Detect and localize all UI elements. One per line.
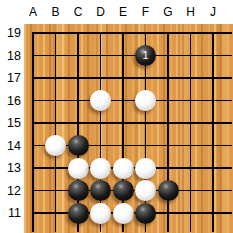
- column-label-B: B: [45, 4, 67, 20]
- row-label-13: 13: [0, 160, 21, 176]
- stone-black-C12: [68, 180, 89, 201]
- column-label-H: H: [180, 4, 202, 20]
- stone-black-C11: [68, 203, 89, 224]
- row-label-16: 16: [0, 93, 21, 109]
- stone-black-F11: [135, 203, 156, 224]
- grid-vline-G: [167, 32, 169, 232]
- row-label-15: 15: [0, 115, 21, 131]
- column-label-E: E: [112, 4, 134, 20]
- grid-hline-17: [32, 77, 232, 79]
- grid-hline-18: [32, 55, 232, 57]
- row-label-17: 17: [0, 70, 21, 86]
- grid-vline-J: [212, 32, 214, 232]
- row-label-14: 14: [0, 138, 21, 154]
- stone-white-D13: [90, 158, 111, 179]
- stone-black-F18: 1: [135, 45, 156, 66]
- column-label-C: C: [67, 4, 89, 20]
- stone-white-F13: [135, 158, 156, 179]
- stone-black-E12: [113, 180, 134, 201]
- stone-white-C13: [68, 158, 89, 179]
- grid-hline-16: [32, 100, 232, 102]
- stone-white-D11: [90, 203, 111, 224]
- grid-vline-A: [32, 32, 34, 232]
- column-labels: ABCDEFGHJ: [0, 0, 233, 24]
- column-label-J: J: [202, 4, 224, 20]
- go-diagram: 1 ABCDEFGHJ 191817161514131211: [0, 0, 233, 233]
- stone-white-F16: [135, 90, 156, 111]
- stone-black-C14: [68, 135, 89, 156]
- grid-vline-H: [190, 32, 192, 232]
- stone-white-E13: [113, 158, 134, 179]
- grid-hline-15: [32, 122, 232, 124]
- row-label-12: 12: [0, 183, 21, 199]
- row-label-18: 18: [0, 48, 21, 64]
- column-label-F: F: [135, 4, 157, 20]
- row-label-11: 11: [0, 205, 21, 221]
- column-label-A: A: [22, 4, 44, 20]
- go-board[interactable]: 1: [24, 24, 233, 233]
- stone-white-E11: [113, 203, 134, 224]
- row-labels: 191817161514131211: [0, 0, 24, 233]
- column-label-D: D: [90, 4, 112, 20]
- stone-black-D12: [90, 180, 111, 201]
- grid-hline-19: [32, 32, 232, 34]
- row-label-19: 19: [0, 25, 21, 41]
- stone-black-G12: [158, 180, 179, 201]
- column-label-G: G: [157, 4, 179, 20]
- grid-vline-B: [55, 32, 57, 232]
- stone-white-D16: [90, 90, 111, 111]
- stone-white-F12: [135, 180, 156, 201]
- stone-white-B14: [45, 135, 66, 156]
